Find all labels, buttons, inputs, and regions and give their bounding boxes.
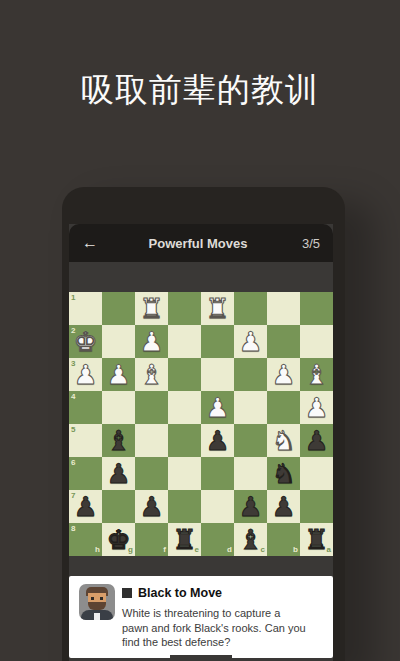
square-f6[interactable] xyxy=(135,457,168,490)
square-g8[interactable]: ♚g xyxy=(102,523,135,556)
square-h2[interactable]: ♚2 xyxy=(69,325,102,358)
file-label: h xyxy=(95,546,100,554)
app-screen: ← Powerful Moves 3/5 1♜♜♚2♟♟♟3♟♝♟♝4♟♟5♝♟… xyxy=(69,224,333,661)
piece-white-pawn: ♟ xyxy=(73,358,97,391)
square-b3[interactable]: ♟ xyxy=(267,358,300,391)
square-d6[interactable] xyxy=(201,457,234,490)
square-h6[interactable]: 6 xyxy=(69,457,102,490)
square-a5[interactable]: ♟ xyxy=(300,424,333,457)
square-c7[interactable]: ♟ xyxy=(234,490,267,523)
coach-avatar xyxy=(79,584,115,620)
square-g4[interactable] xyxy=(102,391,135,424)
square-b2[interactable] xyxy=(267,325,300,358)
rank-label: 1 xyxy=(71,294,75,302)
avatar-eye xyxy=(100,597,103,600)
square-b7[interactable]: ♟ xyxy=(267,490,300,523)
hero-title: 吸取前辈的教训 xyxy=(0,68,400,113)
piece-black-pawn: ♟ xyxy=(106,457,130,490)
back-icon[interactable]: ← xyxy=(69,234,107,252)
piece-black-pawn: ♟ xyxy=(205,424,229,457)
piece-black-rook: ♜ xyxy=(304,523,328,556)
piece-black-knight: ♞ xyxy=(271,457,295,490)
square-g3[interactable]: ♟ xyxy=(102,358,135,391)
piece-white-king: ♚ xyxy=(73,325,97,358)
square-h8[interactable]: 8h xyxy=(69,523,102,556)
piece-white-pawn: ♟ xyxy=(238,325,262,358)
square-d1[interactable]: ♜ xyxy=(201,292,234,325)
square-h7[interactable]: ♟7 xyxy=(69,490,102,523)
page-title: Powerful Moves xyxy=(107,236,289,251)
piece-white-knight: ♞ xyxy=(271,424,295,457)
square-f4[interactable] xyxy=(135,391,168,424)
square-e7[interactable] xyxy=(168,490,201,523)
piece-black-pawn: ♟ xyxy=(238,490,262,523)
file-label: a xyxy=(327,546,331,554)
square-d2[interactable] xyxy=(201,325,234,358)
square-e1[interactable] xyxy=(168,292,201,325)
square-a7[interactable] xyxy=(300,490,333,523)
square-h5[interactable]: 5 xyxy=(69,424,102,457)
square-h3[interactable]: ♟3 xyxy=(69,358,102,391)
chess-board[interactable]: 1♜♜♚2♟♟♟3♟♝♟♝4♟♟5♝♟♞♟6♟♞♟7♟♟♟8h♚gf♜ed♝cb… xyxy=(69,292,333,556)
square-f5[interactable] xyxy=(135,424,168,457)
rank-label: 7 xyxy=(71,492,75,500)
square-e2[interactable] xyxy=(168,325,201,358)
square-f7[interactable]: ♟ xyxy=(135,490,168,523)
piece-white-rook: ♜ xyxy=(205,292,229,325)
file-label: c xyxy=(261,546,265,554)
square-h1[interactable]: 1 xyxy=(69,292,102,325)
square-g1[interactable] xyxy=(102,292,135,325)
tablet-mockup: ← Powerful Moves 3/5 1♜♜♚2♟♟♟3♟♝♟♝4♟♟5♝♟… xyxy=(62,187,345,661)
square-b1[interactable] xyxy=(267,292,300,325)
piece-white-pawn: ♟ xyxy=(271,358,295,391)
piece-white-rook: ♜ xyxy=(139,292,163,325)
square-a4[interactable]: ♟ xyxy=(300,391,333,424)
turn-title: Black to Move xyxy=(138,586,222,600)
square-c1[interactable] xyxy=(234,292,267,325)
square-d8[interactable]: d xyxy=(201,523,234,556)
square-c6[interactable] xyxy=(234,457,267,490)
square-g6[interactable]: ♟ xyxy=(102,457,135,490)
square-d7[interactable] xyxy=(201,490,234,523)
square-d3[interactable] xyxy=(201,358,234,391)
app-header: ← Powerful Moves 3/5 xyxy=(69,224,333,262)
avatar-eye xyxy=(91,597,94,600)
square-f8[interactable]: f xyxy=(135,523,168,556)
file-label: d xyxy=(227,546,232,554)
square-c8[interactable]: ♝c xyxy=(234,523,267,556)
piece-white-bishop: ♝ xyxy=(139,358,163,391)
square-g5[interactable]: ♝ xyxy=(102,424,135,457)
card-bottom-cutout xyxy=(170,655,232,661)
piece-black-pawn: ♟ xyxy=(271,490,295,523)
square-f2[interactable]: ♟ xyxy=(135,325,168,358)
piece-black-pawn: ♟ xyxy=(73,490,97,523)
file-label: b xyxy=(293,546,298,554)
square-a6[interactable] xyxy=(300,457,333,490)
square-a8[interactable]: ♜a xyxy=(300,523,333,556)
square-c2[interactable]: ♟ xyxy=(234,325,267,358)
square-g7[interactable] xyxy=(102,490,135,523)
file-label: e xyxy=(195,546,199,554)
rank-label: 8 xyxy=(71,525,75,533)
rank-label: 6 xyxy=(71,459,75,467)
square-b6[interactable]: ♞ xyxy=(267,457,300,490)
file-label: g xyxy=(128,546,133,554)
piece-black-king: ♚ xyxy=(106,523,130,556)
piece-white-pawn: ♟ xyxy=(139,325,163,358)
avatar-shirt xyxy=(94,613,100,620)
square-e5[interactable] xyxy=(168,424,201,457)
square-f1[interactable]: ♜ xyxy=(135,292,168,325)
square-e8[interactable]: ♜e xyxy=(168,523,201,556)
puzzle-description: White is threatening to capture a pawn a… xyxy=(122,606,307,650)
square-g2[interactable] xyxy=(102,325,135,358)
square-d5[interactable]: ♟ xyxy=(201,424,234,457)
card-text: Black to Move White is threatening to ca… xyxy=(122,584,323,652)
file-label: f xyxy=(163,546,166,554)
piece-white-pawn: ♟ xyxy=(304,391,328,424)
rank-label: 5 xyxy=(71,426,75,434)
puzzle-card: Black to Move White is threatening to ca… xyxy=(69,576,333,658)
piece-black-pawn: ♟ xyxy=(304,424,328,457)
square-e3[interactable] xyxy=(168,358,201,391)
square-h4[interactable]: 4 xyxy=(69,391,102,424)
page: { "game": "chess", "position": "r1b1r1k1… xyxy=(0,0,400,661)
piece-white-bishop: ♝ xyxy=(304,358,328,391)
piece-black-pawn: ♟ xyxy=(139,490,163,523)
square-c4[interactable] xyxy=(234,391,267,424)
square-f3[interactable]: ♝ xyxy=(135,358,168,391)
piece-black-bishop: ♝ xyxy=(106,424,130,457)
black-to-move-icon xyxy=(122,588,132,598)
square-b5[interactable]: ♞ xyxy=(267,424,300,457)
square-b8[interactable]: b xyxy=(267,523,300,556)
square-a1[interactable] xyxy=(300,292,333,325)
square-a2[interactable] xyxy=(300,325,333,358)
square-e6[interactable] xyxy=(168,457,201,490)
piece-black-bishop: ♝ xyxy=(238,523,262,556)
square-e4[interactable] xyxy=(168,391,201,424)
piece-black-rook: ♜ xyxy=(172,523,196,556)
square-c3[interactable] xyxy=(234,358,267,391)
rank-label: 3 xyxy=(71,360,75,368)
square-c5[interactable] xyxy=(234,424,267,457)
progress-counter: 3/5 xyxy=(289,236,333,251)
square-a3[interactable]: ♝ xyxy=(300,358,333,391)
rank-label: 2 xyxy=(71,327,75,335)
square-d4[interactable]: ♟ xyxy=(201,391,234,424)
piece-white-pawn: ♟ xyxy=(205,391,229,424)
piece-white-pawn: ♟ xyxy=(106,358,130,391)
square-b4[interactable] xyxy=(267,391,300,424)
rank-label: 4 xyxy=(71,393,75,401)
avatar-beard xyxy=(88,602,106,610)
